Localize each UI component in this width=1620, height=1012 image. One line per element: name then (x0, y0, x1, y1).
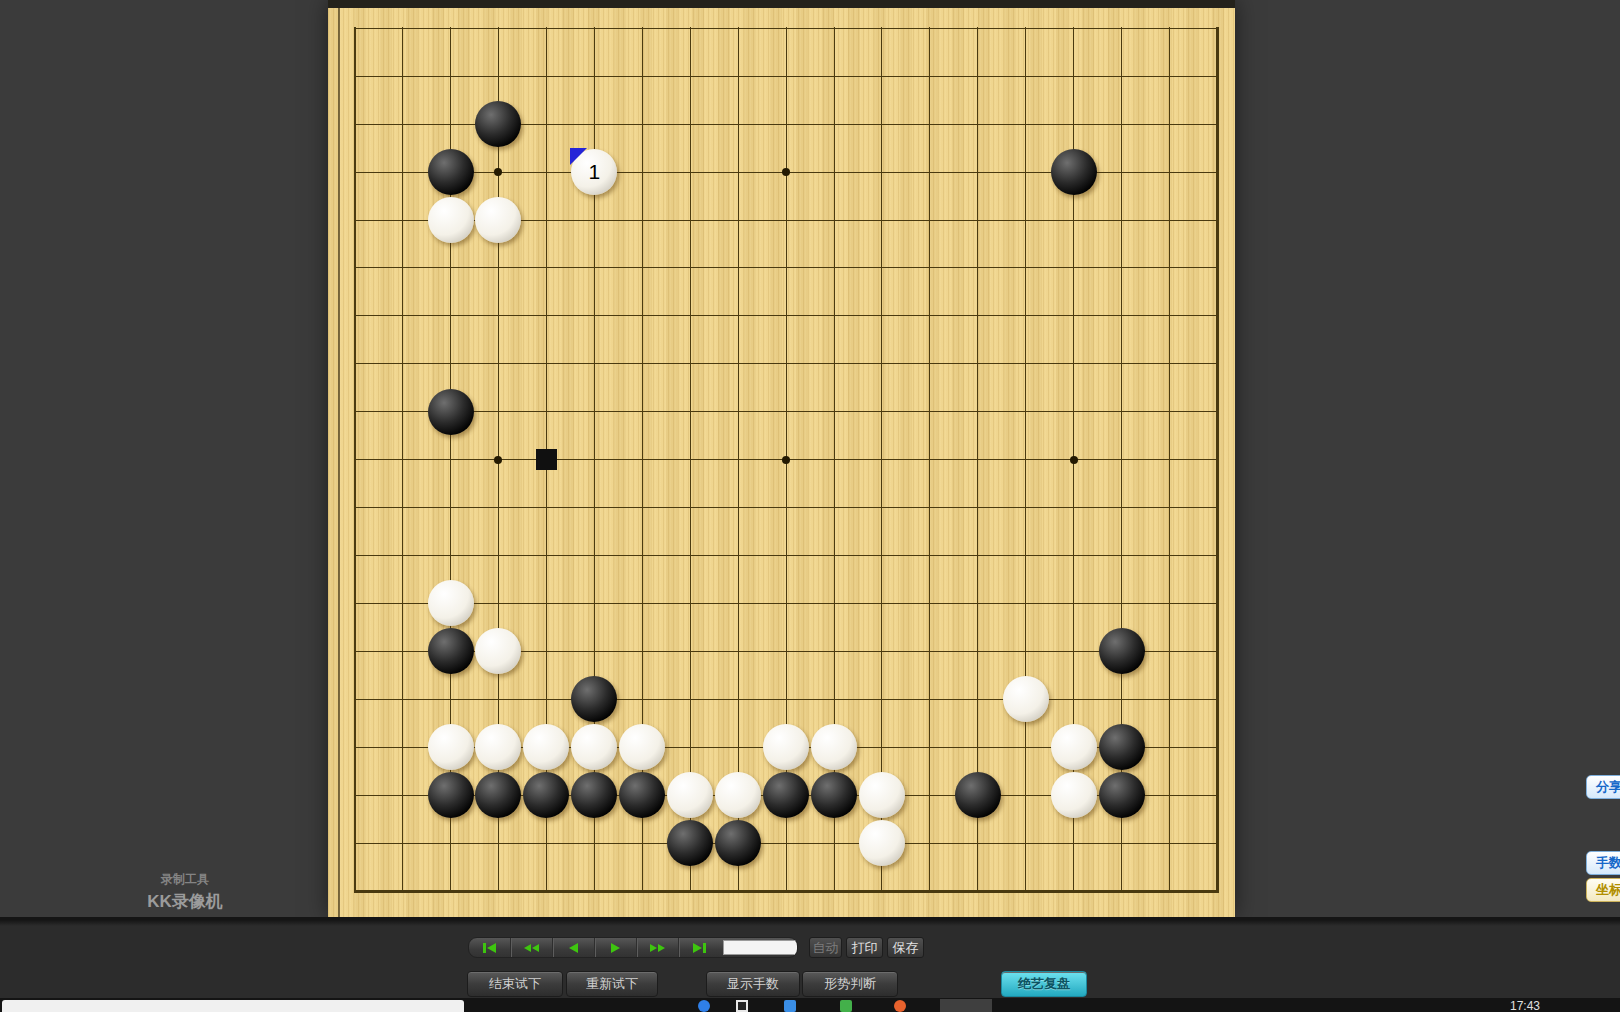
black-stone (811, 772, 857, 818)
move-count-button[interactable]: 手数 (1586, 851, 1620, 875)
white-stone (428, 724, 474, 770)
taskbar-clock: 17:43 (1510, 999, 1540, 1012)
white-stone (763, 724, 809, 770)
fast-back-icon (524, 944, 531, 952)
share-button[interactable]: 分享 (1586, 775, 1620, 799)
hoshi-point (782, 168, 790, 176)
black-stone (428, 772, 474, 818)
white-stone (428, 580, 474, 626)
board-hline (354, 843, 1219, 844)
hoshi-point (494, 168, 502, 176)
screen: { "game": "go", "board_size": 19, "posit… (0, 0, 1620, 1012)
first-move-button[interactable] (469, 938, 510, 957)
black-stone (428, 628, 474, 674)
blue-circle-app-icon[interactable] (698, 1000, 710, 1012)
board-vline (929, 27, 930, 892)
fast-back-button[interactable] (510, 938, 552, 957)
go-board-grid[interactable]: 1 (328, 0, 1235, 917)
back-button[interactable] (552, 938, 594, 957)
board-hline (354, 555, 1219, 556)
white-stone (475, 197, 521, 243)
taskbar-button[interactable] (940, 999, 992, 1012)
go-board-panel: 1 (328, 0, 1235, 917)
white-stone (1003, 676, 1049, 722)
forward-button[interactable] (594, 938, 636, 957)
black-stone (763, 772, 809, 818)
board-hline (354, 890, 1219, 893)
black-stone (1099, 724, 1145, 770)
hoshi-point (782, 456, 790, 464)
black-stone (1099, 772, 1145, 818)
black-stone (475, 101, 521, 147)
hoshi-point (1070, 456, 1078, 464)
black-stone (715, 820, 761, 866)
white-stone (1051, 772, 1097, 818)
retry-trial-button[interactable]: 重新试下 (566, 971, 658, 997)
save-button[interactable]: 保存 (887, 937, 924, 958)
watermark-line2: KK录像机 (118, 890, 252, 913)
forward-icon (611, 943, 620, 953)
fast-forward-icon (650, 944, 657, 952)
hoshi-point (494, 456, 502, 464)
black-stone (475, 772, 521, 818)
orange-app-icon[interactable] (894, 1000, 906, 1012)
black-stone (1099, 628, 1145, 674)
last-move-icon (693, 943, 702, 953)
move-navigation-bar: GO (468, 937, 798, 958)
window-outline-icon[interactable] (736, 1000, 748, 1012)
black-stone (1051, 149, 1097, 195)
white-stone (523, 724, 569, 770)
last-move-button[interactable] (678, 938, 720, 957)
board-vline (1169, 27, 1170, 892)
first-move-icon (483, 943, 486, 953)
watermark-line1: 录制工具 (118, 871, 252, 888)
board-hline (354, 699, 1219, 700)
board-vline (977, 27, 978, 892)
back-icon (569, 943, 578, 953)
board-hline (354, 507, 1219, 508)
board-hline (354, 603, 1219, 604)
auto-button[interactable]: 自动 (809, 937, 842, 958)
white-stone (571, 724, 617, 770)
white-stone (1051, 724, 1097, 770)
square-marker (536, 449, 557, 470)
black-stone (428, 149, 474, 195)
white-stone (475, 628, 521, 674)
show-move-numbers-button[interactable]: 显示手数 (706, 971, 800, 997)
black-stone (428, 389, 474, 435)
recorder-watermark: 录制工具 KK录像机 (118, 871, 252, 913)
board-vline (1216, 27, 1219, 892)
white-stone (475, 724, 521, 770)
fast-forward-button[interactable] (636, 938, 678, 957)
black-stone (571, 772, 617, 818)
black-stone (955, 772, 1001, 818)
black-stone (667, 820, 713, 866)
blue-app-icon[interactable] (784, 1000, 796, 1012)
white-stone (667, 772, 713, 818)
white-stone (811, 724, 857, 770)
end-trial-button[interactable]: 结束试下 (467, 971, 563, 997)
print-button[interactable]: 打印 (846, 937, 883, 958)
board-vline (1025, 27, 1026, 892)
fineart-review-button[interactable]: 绝艺复盘 (1001, 971, 1087, 997)
black-stone (571, 676, 617, 722)
white-stone (859, 772, 905, 818)
board-vline (881, 27, 882, 892)
green-app-icon[interactable] (840, 1000, 852, 1012)
white-stone (428, 197, 474, 243)
taskbar-window-preview[interactable] (2, 1000, 464, 1012)
position-judgment-button[interactable]: 形势判断 (802, 971, 898, 997)
coordinates-button[interactable]: 坐标 (1586, 878, 1620, 902)
black-stone (619, 772, 665, 818)
white-stone (619, 724, 665, 770)
white-stone (715, 772, 761, 818)
black-stone (523, 772, 569, 818)
white-stone (859, 820, 905, 866)
move-number-input[interactable] (723, 940, 798, 955)
blue-triangle-marker (570, 148, 587, 165)
